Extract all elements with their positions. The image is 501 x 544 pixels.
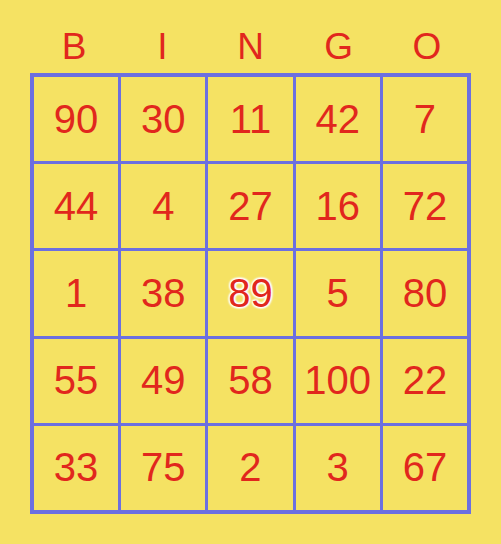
cell-r3c3-highlighted[interactable]: 89 bbox=[208, 251, 292, 335]
header-letter-g: G bbox=[295, 28, 383, 66]
header-letter-b: B bbox=[30, 28, 118, 66]
cell-r1c1[interactable]: 90 bbox=[34, 77, 118, 161]
cell-r4c1[interactable]: 55 bbox=[34, 339, 118, 423]
cell-r2c4[interactable]: 16 bbox=[296, 164, 380, 248]
header-letter-i: I bbox=[118, 28, 206, 66]
cell-r1c5[interactable]: 7 bbox=[383, 77, 467, 161]
cell-r5c4[interactable]: 3 bbox=[296, 426, 380, 510]
cell-r5c5[interactable]: 67 bbox=[383, 426, 467, 510]
cell-r4c4[interactable]: 100 bbox=[296, 339, 380, 423]
cell-r2c2[interactable]: 4 bbox=[121, 164, 205, 248]
cell-r1c4[interactable]: 42 bbox=[296, 77, 380, 161]
cell-r4c3[interactable]: 58 bbox=[208, 339, 292, 423]
bingo-header: B I N G O bbox=[30, 28, 471, 66]
bingo-board: 90 30 11 42 7 44 4 27 16 72 1 38 89 5 80… bbox=[30, 73, 471, 514]
cell-r3c4[interactable]: 5 bbox=[296, 251, 380, 335]
cell-r2c5[interactable]: 72 bbox=[383, 164, 467, 248]
cell-r1c3[interactable]: 11 bbox=[208, 77, 292, 161]
cell-r5c2[interactable]: 75 bbox=[121, 426, 205, 510]
cell-r1c2[interactable]: 30 bbox=[121, 77, 205, 161]
cell-r5c3[interactable]: 2 bbox=[208, 426, 292, 510]
cell-r4c2[interactable]: 49 bbox=[121, 339, 205, 423]
header-letter-o: O bbox=[383, 28, 471, 66]
cell-r3c2[interactable]: 38 bbox=[121, 251, 205, 335]
cell-r2c1[interactable]: 44 bbox=[34, 164, 118, 248]
cell-r2c3[interactable]: 27 bbox=[208, 164, 292, 248]
cell-r4c5[interactable]: 22 bbox=[383, 339, 467, 423]
cell-r5c1[interactable]: 33 bbox=[34, 426, 118, 510]
header-letter-n: N bbox=[206, 28, 294, 66]
cell-r3c5[interactable]: 80 bbox=[383, 251, 467, 335]
cell-r3c1[interactable]: 1 bbox=[34, 251, 118, 335]
